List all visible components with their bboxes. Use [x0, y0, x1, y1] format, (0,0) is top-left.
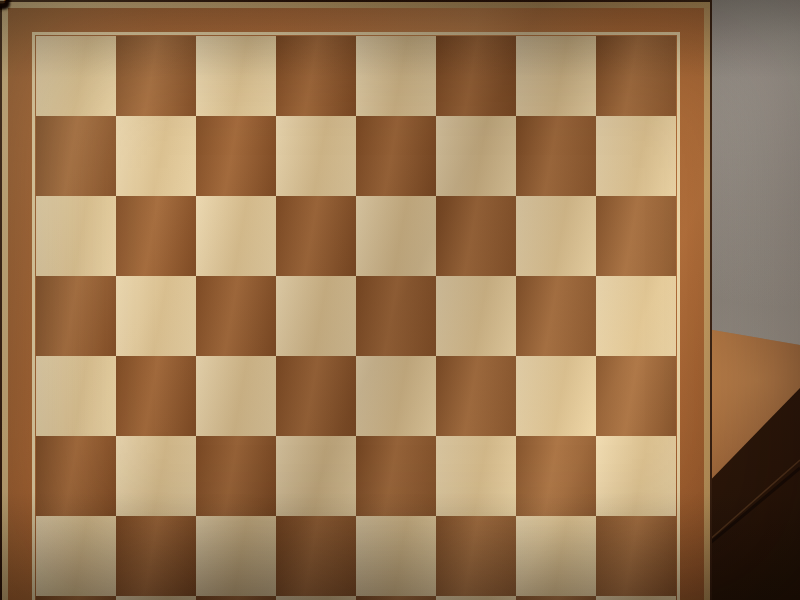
- pieces-layer: ♜♞♝♛♚♝♞♜♟♟♟♟♟♟♟♟♟♟♟♟♟♟♟♟♜♞♝♛♚♝♞♜: [0, 0, 800, 600]
- piece-white-rook-h1[interactable]: ♜: [0, 0, 7, 5]
- scene: ♜♞♝♛♚♝♞♜♟♟♟♟♟♟♟♟♟♟♟♟♟♟♟♟♜♞♝♛♚♝♞♜: [0, 0, 800, 600]
